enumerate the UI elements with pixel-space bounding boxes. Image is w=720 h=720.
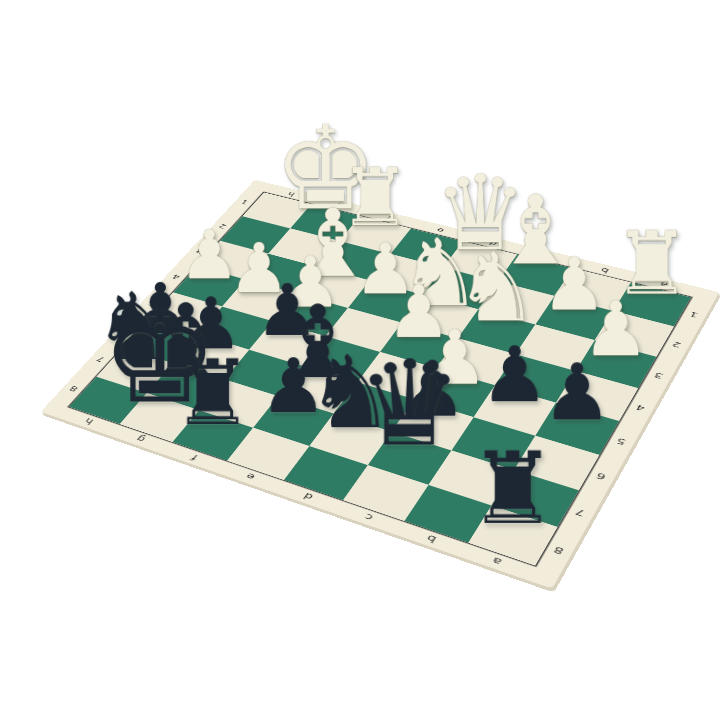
black-pawn-glyph: ♟ [542,353,612,431]
black-pawn-glyph: ♟ [480,336,549,413]
chess-set-photo: hgfedcba hgfedcba 12345678 12345678 ♚♜♛♝… [0,0,720,720]
board-grid: ♚♜♛♝♜♟♝♟♞♞♟♟♟♟♟♟♟♟♟♟♟♝♟♞♝♟♞♛♚♜♜ [69,192,691,565]
chess-board: hgfedcba hgfedcba 12345678 12345678 ♚♜♛♝… [41,180,720,589]
black-rook-glyph: ♜ [468,439,558,539]
black-rook-glyph: ♜ [172,348,253,439]
black-queen-glyph: ♛ [357,344,463,462]
